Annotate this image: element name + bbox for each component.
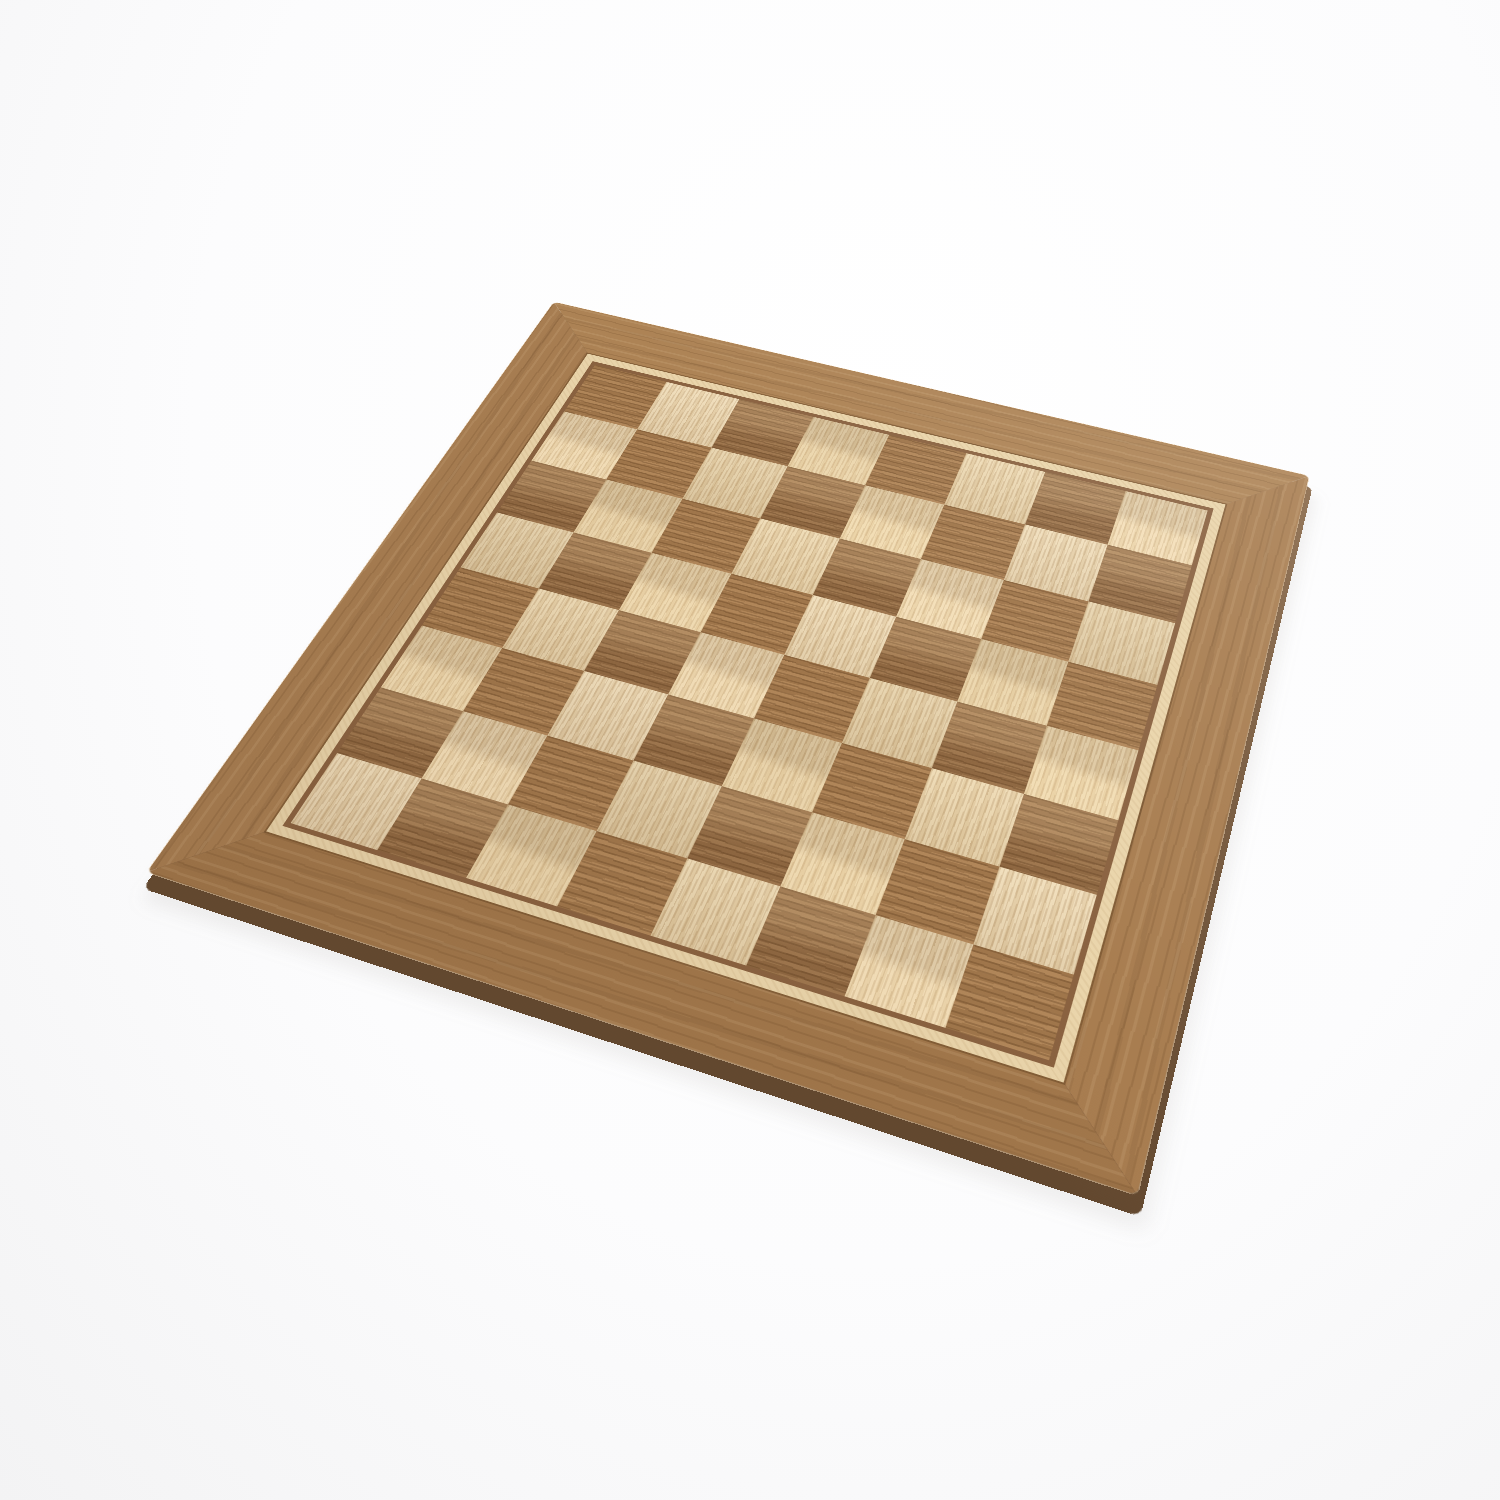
photo-backdrop bbox=[0, 0, 1500, 1500]
chess-board bbox=[147, 302, 1309, 1195]
